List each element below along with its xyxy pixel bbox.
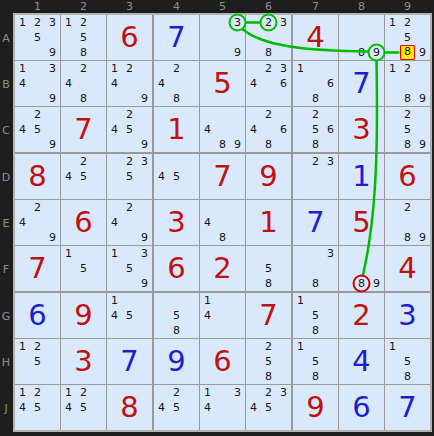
candidate-B7-8: 8 (308, 91, 323, 106)
cell-D5[interactable]: 7 (200, 154, 245, 199)
candidate-C1-4: 4 (15, 122, 30, 137)
candidates-E9: 289 (385, 200, 430, 245)
candidate-A9-9: 9 (415, 45, 430, 60)
cell-J7[interactable]: 9 (293, 385, 338, 430)
candidate-H1-2: 2 (30, 339, 45, 354)
candidate-C3-5: 5 (122, 122, 137, 137)
candidate-C3-2: 2 (122, 107, 137, 122)
candidate-A1-9: 9 (45, 45, 60, 60)
digit-D5: 7 (200, 154, 245, 199)
box-2: 7392382485234614892468 (154, 15, 291, 152)
cell-B9[interactable]: 1289 (385, 61, 430, 106)
cell-D3[interactable]: 235 (107, 154, 152, 199)
row-label-D: D (2, 170, 10, 183)
candidate-H6-8: 8 (261, 369, 276, 384)
candidates-E5: 48 (200, 200, 245, 245)
candidate-J1-1: 1 (15, 385, 30, 400)
cell-D6[interactable]: 9 (246, 154, 291, 199)
cell-G4[interactable]: 58 (154, 293, 199, 338)
candidates-B9: 1289 (385, 61, 430, 106)
candidate-C9-5: 5 (400, 122, 415, 137)
col-label-2: 2 (80, 0, 87, 13)
candidate-B2-4: 4 (61, 76, 76, 91)
cell-E2[interactable]: 6 (61, 200, 106, 245)
col-label-6: 6 (265, 0, 272, 13)
cell-F6[interactable]: 58 (246, 246, 291, 291)
candidates-G7: 158 (293, 293, 338, 338)
candidates-B7: 168 (293, 61, 338, 106)
box-8: 58147962582451342345 (154, 293, 291, 430)
cell-J6[interactable]: 2345 (246, 385, 291, 430)
box-9: 158231584158967 (293, 293, 430, 430)
candidate-F8-8: 8 (354, 276, 369, 291)
cell-B7[interactable]: 168 (293, 61, 338, 106)
candidate-D3-2: 2 (122, 154, 137, 169)
candidate-G3-5: 5 (122, 308, 137, 323)
candidates-G5: 14 (200, 293, 245, 338)
digit-H8: 4 (339, 339, 384, 384)
candidate-A5-3: 3 (230, 15, 245, 30)
candidate-E3-2: 2 (122, 200, 137, 215)
candidates-B2: 248 (61, 61, 106, 106)
digit-E2: 6 (61, 200, 106, 245)
row-label-G: G (2, 309, 11, 322)
candidate-D2-5: 5 (76, 169, 91, 184)
cell-A8[interactable]: 89 (339, 15, 384, 60)
digit-E6: 1 (246, 200, 291, 245)
candidate-D4-5: 5 (169, 169, 184, 184)
candidates-F3: 1359 (107, 246, 152, 291)
sudoku-board: 1235912586134924812492459724597392382485… (13, 13, 432, 432)
cell-F2[interactable]: 15 (61, 246, 106, 291)
candidate-C1-9: 9 (45, 137, 60, 152)
cell-C4[interactable]: 1 (154, 107, 199, 152)
candidate-C5-4: 4 (200, 122, 215, 137)
cell-C8[interactable]: 3 (339, 107, 384, 152)
cell-B6[interactable]: 2346 (246, 61, 291, 106)
candidates-C3: 2459 (107, 107, 152, 152)
cell-C2[interactable]: 7 (61, 107, 106, 152)
cell-H4[interactable]: 9 (154, 339, 199, 384)
cell-G3[interactable]: 145 (107, 293, 152, 338)
candidate-J4-2: 2 (169, 385, 184, 400)
col-label-1: 1 (34, 0, 41, 13)
cell-G1[interactable]: 6 (15, 293, 60, 338)
digit-J7: 9 (293, 385, 338, 430)
digit-C8: 3 (339, 107, 384, 152)
candidates-H7: 158 (293, 339, 338, 384)
candidate-A5-9: 9 (230, 45, 245, 60)
candidate-J6-4: 4 (246, 400, 261, 415)
candidate-H1-1: 1 (15, 339, 30, 354)
cell-G8[interactable]: 2 (339, 293, 384, 338)
candidates-D4: 45 (154, 154, 199, 199)
cell-B3[interactable]: 1249 (107, 61, 152, 106)
sudoku-app: 123456789ABCDEFGHJ 123591258613492481249… (0, 0, 434, 436)
row-label-F: F (3, 262, 9, 275)
cell-E6[interactable]: 1 (246, 200, 291, 245)
digit-E8: 5 (339, 200, 384, 245)
candidate-D2-4: 4 (61, 169, 76, 184)
candidate-C9-2: 2 (400, 107, 415, 122)
candidates-G3: 145 (107, 293, 152, 338)
candidate-A2-8: 8 (76, 45, 91, 60)
candidate-D3-5: 5 (122, 169, 137, 184)
cell-F5[interactable]: 2 (200, 246, 245, 291)
candidate-B1-9: 9 (45, 91, 60, 106)
candidate-B9-8: 8 (400, 91, 415, 106)
candidates-C7: 2568 (293, 107, 338, 152)
cell-A5[interactable]: 39 (200, 15, 245, 60)
candidate-J6-5: 5 (261, 400, 276, 415)
digit-E4: 3 (154, 200, 199, 245)
candidate-J1-4: 4 (15, 400, 30, 415)
candidate-A1-3: 3 (45, 15, 60, 30)
digit-A3: 6 (107, 15, 152, 60)
candidates-D7: 23 (293, 154, 338, 199)
candidate-C6-8: 8 (261, 137, 276, 152)
candidate-A9-5: 5 (400, 30, 415, 45)
candidates-H1: 125 (15, 339, 60, 384)
candidate-F3-9: 9 (137, 276, 152, 291)
cell-F8[interactable]: 89 (339, 246, 384, 291)
candidate-B7-1: 1 (293, 61, 308, 76)
candidate-D7-3: 3 (323, 154, 338, 169)
candidates-F2: 15 (61, 246, 106, 291)
candidate-H1-5: 5 (30, 354, 45, 369)
candidate-C9-9: 9 (415, 137, 430, 152)
candidate-H7-1: 1 (293, 339, 308, 354)
cell-F3[interactable]: 1359 (107, 246, 152, 291)
candidate-J5-1: 1 (200, 385, 215, 400)
digit-B8: 7 (339, 61, 384, 106)
cell-H3[interactable]: 7 (107, 339, 152, 384)
candidate-D7-2: 2 (308, 154, 323, 169)
candidate-B3-2: 2 (122, 61, 137, 76)
cell-F7[interactable]: 38 (293, 246, 338, 291)
candidate-B3-1: 1 (107, 61, 122, 76)
candidates-J4: 245 (154, 385, 199, 430)
candidate-E1-2: 2 (30, 200, 45, 215)
candidate-C1-5: 5 (30, 122, 45, 137)
candidate-F6-5: 5 (261, 261, 276, 276)
cell-A4[interactable]: 7 (154, 15, 199, 60)
cell-A3[interactable]: 6 (107, 15, 152, 60)
candidate-J2-2: 2 (76, 385, 91, 400)
candidate-B3-4: 4 (107, 76, 122, 91)
digit-G9: 3 (385, 293, 430, 338)
candidate-E3-9: 9 (137, 230, 152, 245)
cell-J5[interactable]: 134 (200, 385, 245, 430)
row-label-A: A (2, 31, 10, 44)
cell-B4[interactable]: 248 (154, 61, 199, 106)
candidate-J1-2: 2 (30, 385, 45, 400)
candidates-G4: 58 (154, 293, 199, 338)
candidate-C6-6: 6 (276, 122, 291, 137)
candidate-B7-6: 6 (323, 76, 338, 91)
cell-E8[interactable]: 5 (339, 200, 384, 245)
cell-D8[interactable]: 1 (339, 154, 384, 199)
candidates-A1: 12359 (15, 15, 60, 60)
cell-A6[interactable]: 238 (246, 15, 291, 60)
candidates-D2: 245 (61, 154, 106, 199)
candidate-J5-4: 4 (200, 400, 215, 415)
digit-E7: 7 (293, 200, 338, 245)
cell-H7[interactable]: 158 (293, 339, 338, 384)
candidates-B4: 248 (154, 61, 199, 106)
cell-C1[interactable]: 2459 (15, 107, 60, 152)
candidates-J1: 1245 (15, 385, 60, 430)
candidate-A6-8: 8 (261, 45, 276, 60)
candidate-E9-8: 8 (400, 230, 415, 245)
candidate-H9-5: 5 (400, 354, 415, 369)
digit-J8: 6 (339, 385, 384, 430)
cell-D1[interactable]: 8 (15, 154, 60, 199)
candidate-G3-4: 4 (107, 308, 122, 323)
candidate-B9-1: 1 (385, 61, 400, 76)
cell-H9[interactable]: 158 (385, 339, 430, 384)
cell-C9[interactable]: 2589 (385, 107, 430, 152)
col-label-3: 3 (126, 0, 133, 13)
digit-F4: 6 (154, 246, 199, 291)
row-label-E: E (3, 216, 10, 229)
cell-E7[interactable]: 7 (293, 200, 338, 245)
cell-J2[interactable]: 1245 (61, 385, 106, 430)
cell-E4[interactable]: 3 (154, 200, 199, 245)
cell-A7[interactable]: 4 (293, 15, 338, 60)
candidates-E1: 249 (15, 200, 60, 245)
cell-D2[interactable]: 245 (61, 154, 106, 199)
cell-J1[interactable]: 1245 (15, 385, 60, 430)
cell-B8[interactable]: 7 (339, 61, 384, 106)
cell-H2[interactable]: 3 (61, 339, 106, 384)
candidate-B6-2: 2 (261, 61, 276, 76)
cell-A9[interactable]: 12589 (385, 15, 430, 60)
candidate-J6-3: 3 (276, 385, 291, 400)
digit-G1: 6 (15, 293, 60, 338)
candidate-E3-4: 4 (107, 215, 122, 230)
candidate-A2-1: 1 (61, 15, 76, 30)
digit-G6: 7 (246, 293, 291, 338)
candidate-B1-3: 3 (45, 61, 60, 76)
candidate-F3-1: 1 (107, 246, 122, 261)
candidate-B4-8: 8 (169, 91, 184, 106)
candidate-E9-2: 2 (400, 200, 415, 215)
candidates-A6: 238 (246, 15, 291, 60)
candidate-G5-4: 4 (200, 308, 215, 323)
cell-J9[interactable]: 7 (385, 385, 430, 430)
candidate-C7-6: 6 (323, 122, 338, 137)
box-4: 824523524962497151359 (15, 154, 152, 291)
candidates-A9: 12589 (385, 15, 430, 60)
digit-D1: 8 (15, 154, 60, 199)
cell-E9[interactable]: 289 (385, 200, 430, 245)
cell-G5[interactable]: 14 (200, 293, 245, 338)
candidate-G7-8: 8 (308, 323, 323, 338)
digit-D9: 6 (385, 154, 430, 199)
candidate-D3-3: 3 (137, 154, 152, 169)
candidates-D3: 235 (107, 154, 152, 199)
cell-H1[interactable]: 125 (15, 339, 60, 384)
digit-H5: 6 (200, 339, 245, 384)
cell-E5[interactable]: 48 (200, 200, 245, 245)
digit-D8: 1 (339, 154, 384, 199)
candidate-G7-5: 5 (308, 308, 323, 323)
col-label-5: 5 (219, 0, 226, 13)
cell-C3[interactable]: 2459 (107, 107, 152, 152)
candidates-C6: 2468 (246, 107, 291, 152)
cell-B1[interactable]: 1349 (15, 61, 60, 106)
box-3: 4891258916871289256832589 (293, 15, 430, 152)
candidate-J4-5: 5 (169, 400, 184, 415)
candidates-C1: 2459 (15, 107, 60, 152)
cell-F1[interactable]: 7 (15, 246, 60, 291)
candidate-C7-8: 8 (308, 137, 323, 152)
cell-E3[interactable]: 249 (107, 200, 152, 245)
cell-D4[interactable]: 45 (154, 154, 199, 199)
candidate-B4-4: 4 (154, 76, 169, 91)
candidate-C7-2: 2 (308, 107, 323, 122)
candidate-G4-8: 8 (169, 323, 184, 338)
cell-B5[interactable]: 5 (200, 61, 245, 106)
digit-H2: 3 (61, 339, 106, 384)
digit-J3: 8 (107, 385, 152, 430)
candidate-B6-3: 3 (276, 61, 291, 76)
candidates-C9: 2589 (385, 107, 430, 152)
candidate-E9-9: 9 (415, 230, 430, 245)
candidate-H9-8: 8 (400, 369, 415, 384)
candidate-C6-2: 2 (261, 107, 276, 122)
cell-A1[interactable]: 12359 (15, 15, 60, 60)
cell-C7[interactable]: 2568 (293, 107, 338, 152)
digit-F5: 2 (200, 246, 245, 291)
box-5: 457934816258 (154, 154, 291, 291)
row-label-H: H (2, 355, 10, 368)
candidate-B2-8: 8 (76, 91, 91, 106)
candidate-H7-8: 8 (308, 369, 323, 384)
candidate-F7-8: 8 (308, 276, 323, 291)
cell-J4[interactable]: 245 (154, 385, 199, 430)
candidate-A8-9: 9 (369, 45, 384, 60)
col-label-8: 8 (358, 0, 365, 13)
candidates-B3: 1249 (107, 61, 152, 106)
candidates-A5: 39 (200, 15, 245, 60)
candidates-J5: 134 (200, 385, 245, 430)
candidate-B6-6: 6 (276, 76, 291, 91)
candidates-C5: 489 (200, 107, 245, 152)
cell-A2[interactable]: 1258 (61, 15, 106, 60)
candidates-B6: 2346 (246, 61, 291, 106)
cell-C5[interactable]: 489 (200, 107, 245, 152)
candidate-J6-2: 2 (261, 385, 276, 400)
digit-G2: 9 (61, 293, 106, 338)
digit-A4: 7 (154, 15, 199, 60)
cell-G2[interactable]: 9 (61, 293, 106, 338)
cell-J8[interactable]: 6 (339, 385, 384, 430)
cell-D7[interactable]: 23 (293, 154, 338, 199)
candidate-C5-9: 9 (230, 137, 245, 152)
candidate-A2-2: 2 (76, 15, 91, 30)
candidate-C5-8: 8 (215, 137, 230, 152)
candidate-A6-2: 2 (261, 15, 276, 30)
candidate-B9-9: 9 (415, 91, 430, 106)
digit-G8: 2 (339, 293, 384, 338)
digit-B5: 5 (200, 61, 245, 106)
candidate-A9-1: 1 (385, 15, 400, 30)
candidate-J2-5: 5 (76, 400, 91, 415)
candidate-D4-4: 4 (154, 169, 169, 184)
cell-F9[interactable]: 4 (385, 246, 430, 291)
candidates-E3: 249 (107, 200, 152, 245)
cell-G7[interactable]: 158 (293, 293, 338, 338)
candidate-F3-3: 3 (137, 246, 152, 261)
cell-B2[interactable]: 248 (61, 61, 106, 106)
candidate-F6-8: 8 (261, 276, 276, 291)
candidate-B1-4: 4 (15, 76, 30, 91)
candidate-H9-1: 1 (385, 339, 400, 354)
candidates-J2: 1245 (61, 385, 106, 430)
cell-H8[interactable]: 4 (339, 339, 384, 384)
cell-C6[interactable]: 2468 (246, 107, 291, 152)
digit-F9: 4 (385, 246, 430, 291)
box-6: 23167528938894 (293, 154, 430, 291)
candidate-F7-3: 3 (323, 246, 338, 261)
digit-D6: 9 (246, 154, 291, 199)
cell-G9[interactable]: 3 (385, 293, 430, 338)
candidates-H6: 258 (246, 339, 291, 384)
box-7: 6914512537124512458 (15, 293, 152, 430)
cell-G6[interactable]: 7 (246, 293, 291, 338)
candidate-H6-5: 5 (261, 354, 276, 369)
candidate-A9-8: 8 (400, 45, 415, 60)
digit-A7: 4 (293, 15, 338, 60)
candidate-G3-1: 1 (107, 293, 122, 308)
candidate-H6-2: 2 (261, 339, 276, 354)
candidate-H7-5: 5 (308, 354, 323, 369)
candidate-E1-4: 4 (15, 215, 30, 230)
candidates-F6: 58 (246, 246, 291, 291)
candidate-F2-5: 5 (76, 261, 91, 276)
cell-F4[interactable]: 6 (154, 246, 199, 291)
digit-F1: 7 (15, 246, 60, 291)
row-label-J: J (4, 401, 7, 414)
candidate-J2-1: 1 (61, 385, 76, 400)
cell-J3[interactable]: 8 (107, 385, 152, 430)
col-label-7: 7 (312, 0, 319, 13)
candidate-C9-8: 8 (400, 137, 415, 152)
digit-H3: 7 (107, 339, 152, 384)
candidate-G4-5: 5 (169, 308, 184, 323)
candidate-D2-2: 2 (76, 154, 91, 169)
candidate-A9-2: 2 (400, 15, 415, 30)
candidates-A2: 1258 (61, 15, 106, 60)
box-1: 123591258613492481249245972459 (15, 15, 152, 152)
candidate-B2-2: 2 (76, 61, 91, 76)
cell-H5[interactable]: 6 (200, 339, 245, 384)
candidate-F3-5: 5 (122, 261, 137, 276)
candidate-G7-1: 1 (293, 293, 308, 308)
row-label-C: C (2, 123, 10, 136)
cell-E1[interactable]: 249 (15, 200, 60, 245)
cell-H6[interactable]: 258 (246, 339, 291, 384)
candidate-E5-8: 8 (215, 230, 230, 245)
candidate-A6-3: 3 (276, 15, 291, 30)
candidate-G5-1: 1 (200, 293, 215, 308)
candidates-F8: 89 (339, 246, 384, 291)
candidate-J4-4: 4 (154, 400, 169, 415)
candidate-C1-2: 2 (30, 107, 45, 122)
cell-D9[interactable]: 6 (385, 154, 430, 199)
